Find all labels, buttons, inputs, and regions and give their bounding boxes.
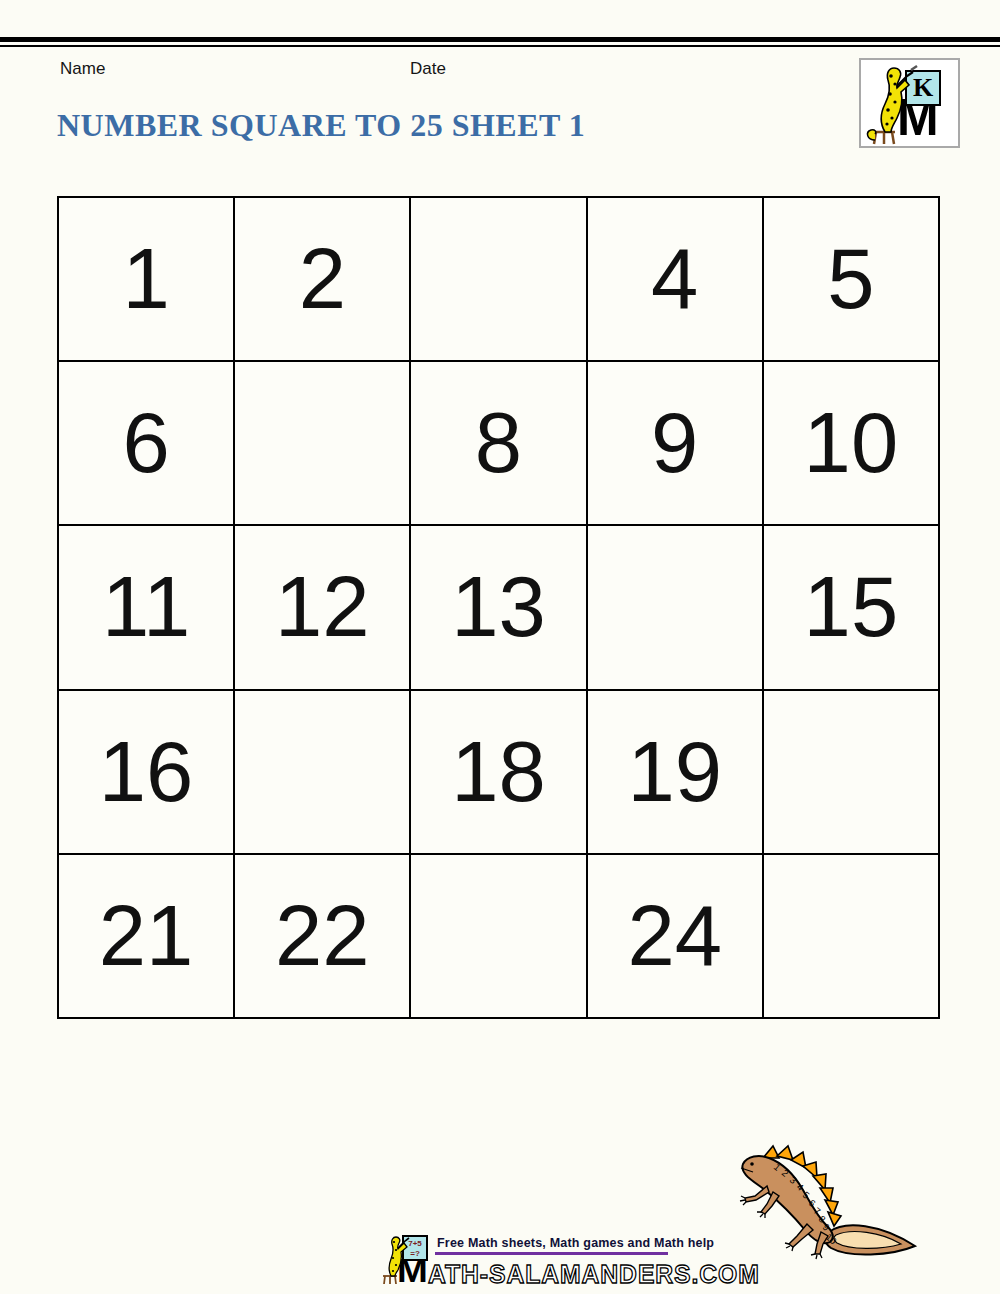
grid-cell-r5c5-blank[interactable] xyxy=(763,854,939,1018)
grid-cell-r5c3-blank[interactable] xyxy=(410,854,586,1018)
grid-cell-r2c4: 9 xyxy=(587,361,763,525)
logo-salamander-icon xyxy=(861,60,962,150)
mini-sign-line2: =? xyxy=(410,1249,420,1258)
top-divider-thick xyxy=(0,37,1000,42)
grid-cell-r1c5: 5 xyxy=(763,197,939,361)
footer-wordmark[interactable]: MATH-SALAMANDERS.COM xyxy=(397,1252,777,1289)
grid-cell-r3c4-blank[interactable] xyxy=(587,525,763,689)
page-title: NUMBER SQUARE TO 25 SHEET 1 xyxy=(57,107,585,144)
grid-cell-r3c3: 13 xyxy=(410,525,586,689)
grid-cell-r2c1: 6 xyxy=(58,361,234,525)
grid-cell-r3c1: 11 xyxy=(58,525,234,689)
grid-cell-r4c2-blank[interactable] xyxy=(234,690,410,854)
grid-cell-r4c4: 19 xyxy=(587,690,763,854)
number-square-grid: 12456891011121315161819212224 xyxy=(57,196,940,1019)
grid-cell-r2c2-blank[interactable] xyxy=(234,361,410,525)
footer-mini-logo: 7+5 =? xyxy=(379,1232,435,1286)
grid-cell-r3c5: 15 xyxy=(763,525,939,689)
date-field-label: Date xyxy=(410,59,446,79)
grid-cell-r2c5: 10 xyxy=(763,361,939,525)
grid-cell-r5c2: 22 xyxy=(234,854,410,1018)
footer-tagline: Free Math sheets, Math games and Math he… xyxy=(437,1236,714,1250)
top-divider-thin xyxy=(0,45,1000,47)
grid-cell-r1c4: 4 xyxy=(587,197,763,361)
name-field-label: Name xyxy=(60,59,105,79)
grid-cell-r4c3: 18 xyxy=(410,690,586,854)
math-salamanders-logo: M K xyxy=(859,58,960,148)
grid-cell-r2c3: 8 xyxy=(410,361,586,525)
wordmark-rest: ATH-SALAMANDERS.COM xyxy=(428,1261,760,1288)
grid-cell-r1c3-blank[interactable] xyxy=(410,197,586,361)
grid-cell-r1c2: 2 xyxy=(234,197,410,361)
grid-cell-r5c1: 21 xyxy=(58,854,234,1018)
grid-cell-r4c5-blank[interactable] xyxy=(763,690,939,854)
newt-illustration: 12345678910 xyxy=(733,1136,933,1266)
grid-cell-r1c1: 1 xyxy=(58,197,234,361)
grid-cell-r5c4: 24 xyxy=(587,854,763,1018)
mini-sign-line1: 7+5 xyxy=(408,1239,422,1248)
grid-cell-r3c2: 12 xyxy=(234,525,410,689)
grid-cell-r4c1: 16 xyxy=(58,690,234,854)
